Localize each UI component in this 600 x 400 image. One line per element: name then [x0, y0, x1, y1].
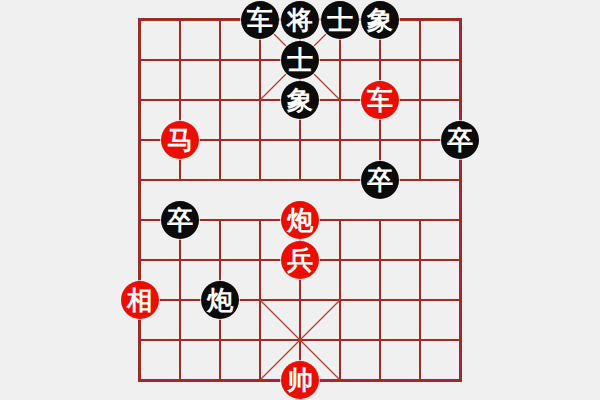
position-marker-bracket	[225, 145, 235, 155]
position-marker-bracket	[205, 245, 215, 255]
position-marker-bracket	[365, 265, 375, 275]
position-marker-bracket	[405, 285, 415, 295]
position-marker-bracket	[165, 85, 175, 95]
position-marker	[125, 125, 155, 155]
position-marker	[285, 125, 315, 155]
position-marker-bracket	[365, 145, 375, 155]
position-marker-bracket	[205, 145, 215, 155]
position-marker	[165, 85, 195, 115]
position-marker-bracket	[425, 105, 435, 115]
position-marker-bracket	[385, 245, 395, 255]
position-marker-bracket	[185, 85, 195, 95]
black-general[interactable]: 将	[281, 1, 319, 39]
black-elephant[interactable]: 象	[281, 81, 319, 119]
position-marker-bracket	[305, 145, 315, 155]
position-marker-bracket	[425, 285, 435, 295]
position-marker-bracket	[185, 305, 195, 315]
black-advisor[interactable]: 士	[321, 1, 359, 39]
position-marker	[165, 285, 195, 315]
position-marker-bracket	[445, 245, 455, 255]
position-marker	[205, 125, 235, 155]
position-marker-bracket	[145, 265, 155, 275]
red-soldier[interactable]: 兵	[281, 241, 319, 279]
position-marker	[445, 245, 475, 275]
position-marker-bracket	[285, 125, 295, 135]
position-marker-bracket	[165, 285, 175, 295]
position-marker-bracket	[145, 145, 155, 155]
position-marker	[405, 285, 435, 315]
position-marker-bracket	[225, 125, 235, 135]
position-marker-bracket	[165, 305, 175, 315]
xiangqi-board: 车将士象士象车马卒卒卒炮兵相炮帅	[140, 20, 460, 380]
position-marker-bracket	[405, 305, 415, 315]
red-general[interactable]: 帅	[281, 361, 319, 399]
position-marker-bracket	[225, 265, 235, 275]
position-marker-bracket	[285, 145, 295, 155]
position-marker-bracket	[365, 245, 375, 255]
black-soldier[interactable]: 卒	[361, 161, 399, 199]
position-marker-bracket	[405, 85, 415, 95]
red-horse[interactable]: 马	[161, 121, 199, 159]
black-advisor[interactable]: 士	[281, 41, 319, 79]
xiangqi-page: 车将士象士象车马卒卒卒炮兵相炮帅	[0, 0, 600, 400]
position-marker	[365, 245, 395, 275]
position-marker-bracket	[365, 125, 375, 135]
position-marker-bracket	[385, 145, 395, 155]
position-marker-bracket	[425, 305, 435, 315]
red-elephant[interactable]: 相	[121, 281, 159, 319]
position-marker-bracket	[205, 265, 215, 275]
position-marker-bracket	[305, 125, 315, 135]
position-marker-bracket	[445, 265, 455, 275]
position-marker-bracket	[165, 105, 175, 115]
position-marker-bracket	[145, 125, 155, 135]
position-marker-bracket	[145, 245, 155, 255]
black-elephant[interactable]: 象	[361, 1, 399, 39]
position-marker-bracket	[205, 125, 215, 135]
position-marker-bracket	[405, 105, 415, 115]
position-marker-bracket	[425, 85, 435, 95]
position-marker-bracket	[185, 105, 195, 115]
position-marker-bracket	[225, 245, 235, 255]
position-marker-bracket	[385, 265, 395, 275]
black-chariot[interactable]: 车	[241, 1, 279, 39]
black-soldier[interactable]: 卒	[441, 121, 479, 159]
position-marker	[205, 245, 235, 275]
position-marker-bracket	[185, 285, 195, 295]
black-soldier[interactable]: 卒	[161, 201, 199, 239]
black-cannon[interactable]: 炮	[201, 281, 239, 319]
red-cannon[interactable]: 炮	[281, 201, 319, 239]
position-marker	[405, 85, 435, 115]
red-chariot[interactable]: 车	[361, 81, 399, 119]
position-marker-bracket	[385, 125, 395, 135]
position-marker	[365, 125, 395, 155]
position-marker	[125, 245, 155, 275]
